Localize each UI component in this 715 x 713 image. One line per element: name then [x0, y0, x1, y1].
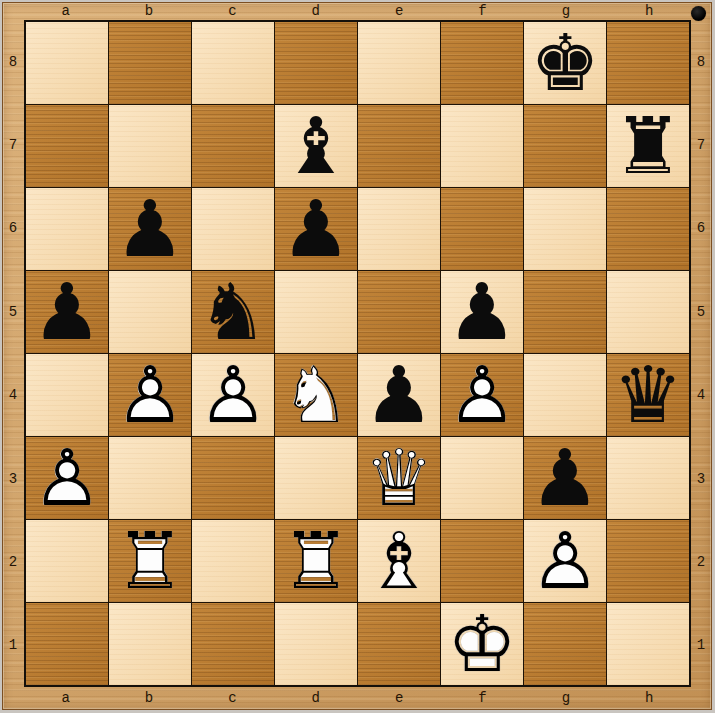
square-e5[interactable] [358, 271, 440, 353]
square-h4[interactable]: ♛ [607, 354, 689, 436]
square-h5[interactable] [607, 271, 689, 353]
file-label-bottom-h: h [608, 690, 691, 706]
square-b1[interactable] [109, 603, 191, 685]
rank-label-left-7: 7 [4, 103, 22, 186]
piece-black-bishop-d7[interactable]: ♝ [275, 105, 357, 187]
square-c6[interactable] [192, 188, 274, 270]
square-f6[interactable] [441, 188, 523, 270]
square-c4[interactable]: ♟♙ [192, 354, 274, 436]
square-e3[interactable]: ♛♕ [358, 437, 440, 519]
square-f8[interactable] [441, 22, 523, 104]
rank-label-right-1: 1 [692, 604, 710, 687]
square-g1[interactable] [524, 603, 606, 685]
black-to-move-indicator [691, 6, 706, 21]
square-d8[interactable] [275, 22, 357, 104]
file-label-bottom-e: e [358, 690, 441, 706]
square-e6[interactable] [358, 188, 440, 270]
square-b5[interactable] [109, 271, 191, 353]
square-a2[interactable] [26, 520, 108, 602]
square-h1[interactable] [607, 603, 689, 685]
rank-label-left-2: 2 [4, 520, 22, 603]
square-c5[interactable]: ♞ [192, 271, 274, 353]
square-e1[interactable] [358, 603, 440, 685]
piece-white-pawn-c4[interactable]: ♟♙ [192, 354, 274, 436]
piece-white-pawn-b4[interactable]: ♟♙ [109, 354, 191, 436]
square-g4[interactable] [524, 354, 606, 436]
file-label-top-e: e [358, 3, 441, 19]
square-a7[interactable] [26, 105, 108, 187]
square-f2[interactable] [441, 520, 523, 602]
square-f3[interactable] [441, 437, 523, 519]
rank-label-right-7: 7 [692, 103, 710, 186]
square-c3[interactable] [192, 437, 274, 519]
piece-black-rook-h7[interactable]: ♜ [607, 105, 689, 187]
piece-white-pawn-g2[interactable]: ♟♙ [524, 520, 606, 602]
square-c2[interactable] [192, 520, 274, 602]
square-g5[interactable] [524, 271, 606, 353]
square-h7[interactable]: ♜ [607, 105, 689, 187]
square-f4[interactable]: ♟♙ [441, 354, 523, 436]
rank-label-right-6: 6 [692, 187, 710, 270]
square-f7[interactable] [441, 105, 523, 187]
square-a6[interactable] [26, 188, 108, 270]
piece-white-bishop-e2[interactable]: ♝♗ [358, 520, 440, 602]
square-b4[interactable]: ♟♙ [109, 354, 191, 436]
piece-white-pawn-f4[interactable]: ♟♙ [441, 354, 523, 436]
piece-black-queen-h4[interactable]: ♛ [607, 354, 689, 436]
rank-label-left-5: 5 [4, 270, 22, 353]
square-a3[interactable]: ♟♙ [26, 437, 108, 519]
file-label-top-c: c [191, 3, 274, 19]
piece-white-king-f1[interactable]: ♚♔ [441, 603, 523, 685]
file-label-bottom-g: g [524, 690, 607, 706]
square-g2[interactable]: ♟♙ [524, 520, 606, 602]
file-label-bottom-b: b [107, 690, 190, 706]
square-f1[interactable]: ♚♔ [441, 603, 523, 685]
square-e4[interactable]: ♟ [358, 354, 440, 436]
square-a4[interactable] [26, 354, 108, 436]
square-f5[interactable]: ♟ [441, 271, 523, 353]
square-d3[interactable] [275, 437, 357, 519]
rank-label-right-5: 5 [692, 270, 710, 353]
piece-black-king-g8[interactable]: ♚ [524, 22, 606, 104]
square-b8[interactable] [109, 22, 191, 104]
square-g7[interactable] [524, 105, 606, 187]
chess-board-window: abcdefgh abcdefgh 87654321 87654321 ♚♝♜♟… [0, 0, 715, 713]
piece-white-queen-e3[interactable]: ♛♕ [358, 437, 440, 519]
square-a8[interactable] [26, 22, 108, 104]
square-b6[interactable]: ♟ [109, 188, 191, 270]
board: ♚♝♜♟♟♟♞♟♟♙♟♙♞♘♟♟♙♛♟♙♛♕♟♜♖♜♖♝♗♟♙♚♔ [24, 20, 691, 687]
file-label-bottom-a: a [24, 690, 107, 706]
rank-labels-left: 87654321 [4, 20, 22, 687]
square-c8[interactable] [192, 22, 274, 104]
rank-label-right-3: 3 [692, 437, 710, 520]
square-c1[interactable] [192, 603, 274, 685]
file-label-top-f: f [441, 3, 524, 19]
square-g3[interactable]: ♟ [524, 437, 606, 519]
file-label-top-h: h [608, 3, 691, 19]
file-label-top-b: b [107, 3, 190, 19]
square-h3[interactable] [607, 437, 689, 519]
file-labels-top: abcdefgh [24, 3, 691, 19]
piece-white-rook-b2[interactable]: ♜♖ [109, 520, 191, 602]
rank-labels-right: 87654321 [692, 20, 710, 687]
file-label-bottom-c: c [191, 690, 274, 706]
square-d2[interactable]: ♜♖ [275, 520, 357, 602]
square-d4[interactable]: ♞♘ [275, 354, 357, 436]
rank-label-right-2: 2 [692, 520, 710, 603]
file-label-top-g: g [524, 3, 607, 19]
square-d6[interactable]: ♟ [275, 188, 357, 270]
square-e7[interactable] [358, 105, 440, 187]
square-d7[interactable]: ♝ [275, 105, 357, 187]
square-b7[interactable] [109, 105, 191, 187]
piece-black-pawn-e4[interactable]: ♟ [358, 354, 440, 436]
file-label-top-d: d [274, 3, 357, 19]
piece-white-knight-d4[interactable]: ♞♘ [275, 354, 357, 436]
square-e8[interactable] [358, 22, 440, 104]
square-g8[interactable]: ♚ [524, 22, 606, 104]
rank-label-left-3: 3 [4, 437, 22, 520]
square-a1[interactable] [26, 603, 108, 685]
piece-black-pawn-d6[interactable]: ♟ [275, 188, 357, 270]
square-a5[interactable]: ♟ [26, 271, 108, 353]
square-b2[interactable]: ♜♖ [109, 520, 191, 602]
rank-label-left-1: 1 [4, 604, 22, 687]
rank-label-left-8: 8 [4, 20, 22, 103]
piece-black-knight-c5[interactable]: ♞ [192, 271, 274, 353]
rank-label-right-8: 8 [692, 20, 710, 103]
file-label-bottom-d: d [274, 690, 357, 706]
piece-black-pawn-a5[interactable]: ♟ [26, 271, 108, 353]
square-g6[interactable] [524, 188, 606, 270]
square-h2[interactable] [607, 520, 689, 602]
file-labels-bottom: abcdefgh [24, 690, 691, 706]
rank-label-left-4: 4 [4, 354, 22, 437]
rank-label-left-6: 6 [4, 187, 22, 270]
piece-white-pawn-a3[interactable]: ♟♙ [26, 437, 108, 519]
square-d1[interactable] [275, 603, 357, 685]
piece-black-pawn-f5[interactable]: ♟ [441, 271, 523, 353]
file-label-bottom-f: f [441, 690, 524, 706]
square-c7[interactable] [192, 105, 274, 187]
square-b3[interactable] [109, 437, 191, 519]
square-d5[interactable] [275, 271, 357, 353]
file-label-top-a: a [24, 3, 107, 19]
square-h8[interactable] [607, 22, 689, 104]
piece-black-pawn-g3[interactable]: ♟ [524, 437, 606, 519]
piece-white-rook-d2[interactable]: ♜♖ [275, 520, 357, 602]
square-e2[interactable]: ♝♗ [358, 520, 440, 602]
rank-label-right-4: 4 [692, 354, 710, 437]
square-h6[interactable] [607, 188, 689, 270]
piece-black-pawn-b6[interactable]: ♟ [109, 188, 191, 270]
